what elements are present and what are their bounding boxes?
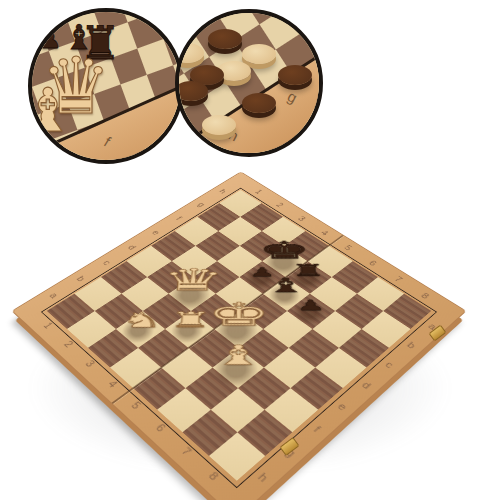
square xyxy=(290,368,343,410)
piece-glyph: ♚ xyxy=(258,238,311,262)
playing-area xyxy=(47,190,432,481)
square xyxy=(312,311,361,348)
chess-board: 11ha22gb33fc44ed55de66cf77bg88ah ♚♜♟♝♟♛♚… xyxy=(11,172,466,500)
square xyxy=(289,329,339,368)
square xyxy=(209,432,265,481)
square xyxy=(110,348,161,388)
square xyxy=(362,311,411,348)
square xyxy=(213,348,264,388)
piece-glyph: ♛ xyxy=(160,265,224,295)
square xyxy=(188,329,238,368)
square xyxy=(238,368,291,410)
board-scene: 11ha22gb33fc44ed55de66cf77bg88ah ♚♜♟♝♟♛♚… xyxy=(0,0,500,500)
product-photo: gf ♟♝♜♛♝ hgf 11ha22gb33fc44ed55de66cf77b… xyxy=(0,0,500,500)
square xyxy=(263,311,312,348)
square xyxy=(211,388,265,432)
square xyxy=(264,348,315,388)
square xyxy=(185,368,238,410)
piece-glyph: ♟ xyxy=(296,298,326,312)
coordinate-label: 8 xyxy=(416,290,434,303)
square xyxy=(239,329,289,368)
piece-glyph: ♝ xyxy=(266,275,307,295)
square xyxy=(138,329,188,368)
coordinate-label: e xyxy=(148,227,164,238)
square xyxy=(161,348,212,388)
square xyxy=(157,388,211,432)
